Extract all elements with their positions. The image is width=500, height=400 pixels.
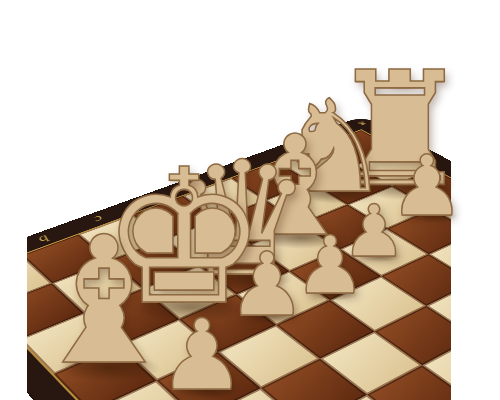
chess-set-photo: abcdefgh87654321 ♛ ♝♚♛♝♞♜♟♟♟♟♟ bbox=[0, 0, 500, 400]
photo-crop-top bbox=[0, 0, 500, 40]
white-pawn-piece-d7[interactable]: ♟ bbox=[158, 306, 246, 400]
photo-crop-left bbox=[0, 0, 27, 400]
